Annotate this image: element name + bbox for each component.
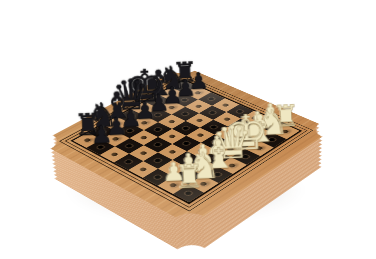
chess-board: ♜♞♝♛♚♝♞♜♟♟♟♟♟♟♟♟♟♟♟♟♟♟♟♟♜♞♝♛♚♝♞♜ bbox=[39, 65, 333, 224]
product-photo-scene: Wooden travel chess set with pegged plas… bbox=[0, 0, 376, 259]
playing-area: ♜♞♝♛♚♝♞♜♟♟♟♟♟♟♟♟♟♟♟♟♟♟♟♟♜♞♝♛♚♝♞♜ bbox=[39, 65, 333, 224]
black-queen: ♛ bbox=[99, 73, 163, 117]
piece-contact-shadow bbox=[189, 87, 210, 97]
photo-perspective: ♜♞♝♛♚♝♞♜♟♟♟♟♟♟♟♟♟♟♟♟♟♟♟♟♜♞♝♛♚♝♞♜ bbox=[0, 0, 376, 259]
